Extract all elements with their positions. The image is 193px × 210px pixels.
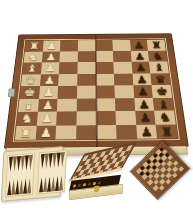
square-r7c3	[76, 125, 96, 139]
piece-wB: ♝	[22, 100, 35, 111]
piece-wP: ♟	[39, 126, 52, 138]
square-r2c2	[59, 62, 78, 74]
square-r7c4	[96, 125, 117, 139]
backgammon-point	[28, 155, 33, 170]
square-r6c6: ♟	[135, 111, 156, 125]
piece-bR: ♜	[160, 125, 174, 137]
square-r7c6: ♟	[136, 124, 157, 138]
square-r2c3	[77, 62, 95, 74]
stored-piece-dot	[93, 181, 97, 184]
square-r1c1: ♟	[42, 51, 61, 62]
square-r3c3	[77, 74, 96, 86]
square-r7c0: ♜	[15, 125, 37, 139]
square-r0c1: ♟	[43, 40, 61, 51]
square-r0c3	[78, 40, 96, 51]
square-r2c7: ♝	[149, 61, 168, 73]
square-r7c2	[56, 125, 77, 139]
backgammon-point	[27, 178, 32, 193]
square-r1c7: ♞	[148, 50, 167, 61]
backgammon-thumbnail	[1, 146, 63, 202]
square-r5c0: ♝	[18, 99, 39, 112]
piece-wR: ♜	[28, 41, 40, 50]
piece-wB: ♝	[26, 63, 38, 73]
piece-wP: ♟	[45, 52, 56, 62]
piece-bP: ♟	[136, 74, 148, 84]
square-r6c4	[96, 111, 116, 125]
square-r3c6: ♟	[132, 73, 152, 85]
backgammon-open-box	[1, 146, 63, 202]
stored-piece-dot	[98, 181, 102, 184]
backgammon-points-bottom-left	[7, 177, 32, 195]
square-r5c1: ♟	[38, 98, 58, 111]
thumbnail-row	[0, 140, 193, 210]
piece-bP: ♟	[134, 51, 146, 61]
square-r5c7: ♝	[153, 97, 174, 110]
square-r7c7: ♜	[156, 124, 178, 138]
piece-wP: ♟	[40, 113, 53, 125]
square-r4c2	[58, 86, 77, 99]
board-perspective-wrapper: ♜♟♟♜♞♟♟♞♝♟♟♝♛♟♟♛♚♟♟♚♝♟♟♝♞♟♟♞♜♟♟♜	[4, 33, 189, 149]
piece-wP: ♟	[46, 41, 57, 50]
square-r4c6: ♟	[133, 85, 153, 98]
square-r1c6: ♟	[131, 50, 150, 61]
stored-piece-dot	[83, 183, 87, 186]
piece-bP: ♟	[140, 125, 153, 137]
square-r5c6: ♟	[134, 98, 154, 111]
square-r0c2	[60, 40, 78, 51]
backgammon-point	[59, 175, 64, 190]
piece-bN: ♞	[152, 51, 164, 61]
metal-clasp-icon	[8, 89, 15, 97]
square-r6c5	[116, 111, 136, 125]
piece-wQ: ♛	[25, 75, 37, 85]
piece-wP: ♟	[42, 87, 54, 98]
square-r3c0: ♛	[21, 74, 41, 86]
piece-bQ: ♛	[154, 74, 166, 84]
square-r4c1: ♟	[39, 86, 59, 99]
square-r2c4	[96, 62, 114, 74]
piece-wN: ♞	[27, 52, 39, 62]
square-r6c2	[56, 111, 76, 125]
piece-bP: ♟	[138, 99, 151, 110]
square-r6c7: ♞	[154, 110, 175, 124]
square-r1c0: ♞	[24, 51, 43, 62]
square-r3c2	[58, 74, 77, 86]
square-r3c1: ♟	[40, 74, 59, 86]
checkers-grid	[136, 146, 184, 194]
square-r6c0: ♞	[17, 112, 38, 126]
folded-box-thumbnail	[64, 150, 128, 208]
backgammon-right-half	[37, 150, 67, 195]
square-r5c3	[77, 98, 96, 111]
checkers-board-thumbnail	[129, 140, 190, 201]
stored-piece-dot	[73, 184, 77, 187]
square-r1c3	[78, 51, 96, 62]
stored-piece-dot	[88, 182, 92, 185]
square-r1c4	[95, 51, 113, 62]
square-r0c6: ♟	[130, 40, 148, 51]
piece-wP: ♟	[44, 63, 56, 73]
backgammon-points-top-left	[8, 155, 33, 173]
square-r3c4	[96, 73, 115, 85]
product-photo: ♜♟♟♜♞♟♟♞♝♟♟♝♛♟♟♛♚♟♟♚♝♟♟♝♞♟♟♞♜♟♟♜	[0, 0, 193, 210]
square-r4c5	[114, 85, 134, 98]
checkers-square	[178, 166, 184, 172]
square-r0c0: ♜	[25, 41, 44, 52]
piece-wP: ♟	[43, 75, 55, 85]
piece-bR: ♜	[151, 40, 163, 49]
square-r3c7: ♛	[151, 73, 171, 85]
piece-bP: ♟	[133, 41, 144, 50]
square-r0c7: ♜	[147, 40, 166, 51]
square-r6c3	[76, 111, 96, 125]
square-r7c1: ♟	[35, 125, 56, 139]
piece-bP: ♟	[137, 86, 149, 97]
square-r0c5	[113, 40, 131, 51]
backgammon-points-bottom-right	[39, 174, 64, 192]
square-r5c5	[115, 98, 135, 111]
gold-clasp-icon	[94, 186, 99, 193]
square-r4c0: ♚	[20, 86, 40, 99]
square-r3c5	[114, 73, 133, 85]
piece-bK: ♚	[156, 86, 169, 97]
piece-wN: ♞	[21, 113, 34, 125]
piece-bN: ♞	[158, 112, 171, 124]
chess-board-photo: ♜♟♟♜♞♟♟♞♝♟♟♝♛♟♟♛♚♟♟♚♝♟♟♝♞♟♟♞♜♟♟♜	[0, 0, 193, 140]
square-r4c4	[96, 85, 115, 98]
piece-wP: ♟	[41, 99, 53, 110]
square-r2c6: ♟	[131, 62, 150, 74]
chess-board-frame: ♜♟♟♜♞♟♟♞♝♟♟♝♛♟♟♛♚♟♟♚♝♟♟♝♞♟♟♞♜♟♟♜	[4, 33, 189, 149]
square-r6c1: ♟	[36, 112, 57, 126]
backgammon-left-half	[5, 153, 35, 198]
piece-wR: ♜	[19, 126, 32, 138]
checkers-board-frame	[129, 140, 190, 201]
square-r1c2	[60, 51, 78, 62]
piece-bP: ♟	[135, 62, 147, 72]
square-r2c5	[113, 62, 132, 74]
square-r5c2	[57, 98, 77, 111]
square-r5c4	[96, 98, 116, 111]
piece-wK: ♚	[23, 87, 36, 98]
square-r2c0: ♝	[22, 62, 41, 74]
piece-bB: ♝	[157, 98, 170, 109]
backgammon-points-top-right	[40, 152, 65, 170]
square-r2c1: ♟	[41, 62, 60, 74]
stored-piece-dot	[78, 183, 82, 186]
piece-bP: ♟	[139, 112, 152, 124]
piece-bB: ♝	[153, 62, 165, 72]
square-r0c4	[95, 40, 113, 51]
square-r7c5	[116, 124, 137, 138]
square-r4c7: ♚	[152, 85, 172, 98]
square-r1c5	[113, 51, 131, 62]
square-r4c3	[77, 86, 96, 99]
